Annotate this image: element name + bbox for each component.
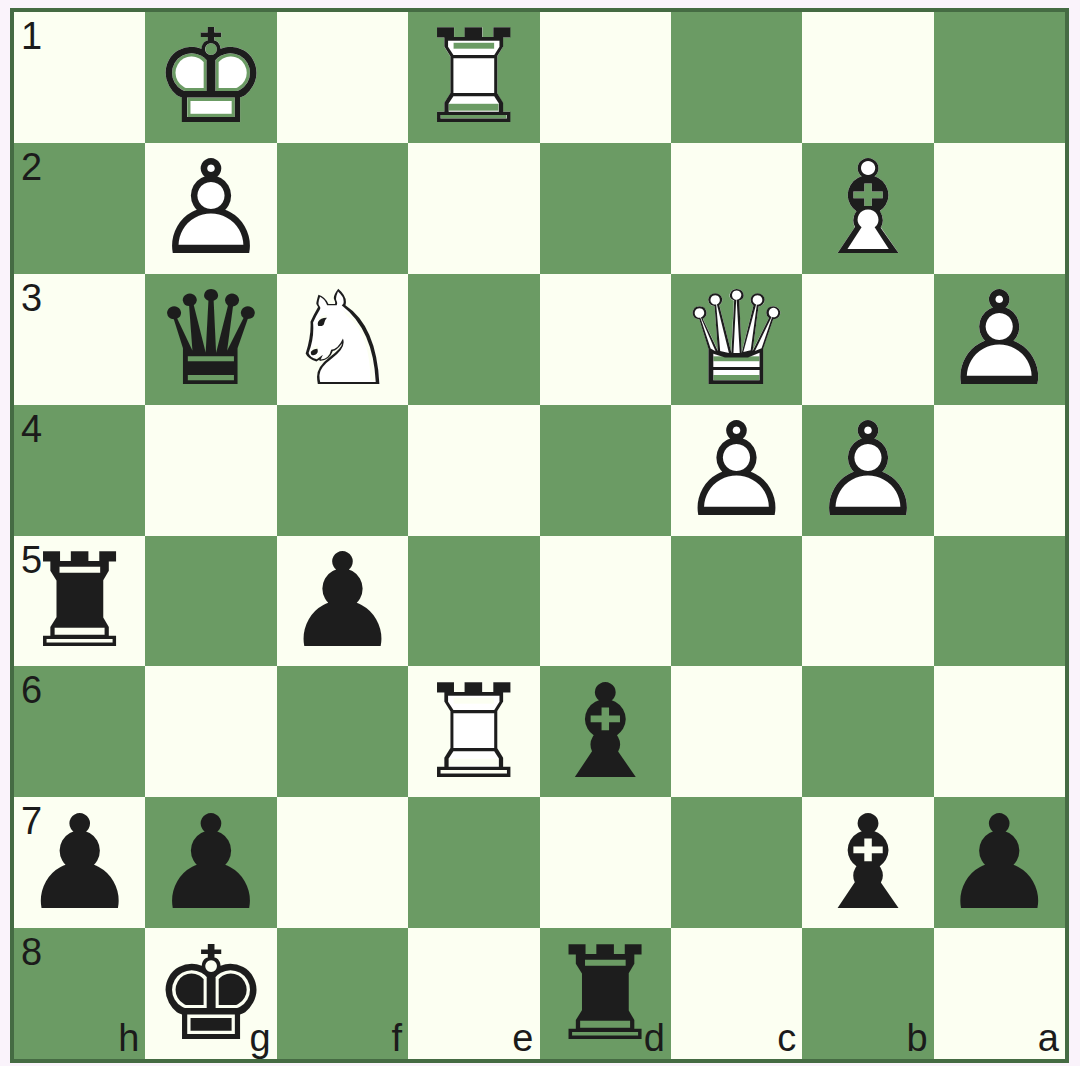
square-c2[interactable] [671, 143, 802, 274]
square-f8[interactable]: f [277, 928, 408, 1059]
square-d4[interactable] [540, 405, 671, 536]
square-h3[interactable]: 3 [14, 274, 145, 405]
white-rook[interactable]: ♜♖ [416, 12, 533, 142]
square-f2[interactable] [277, 143, 408, 274]
square-a1[interactable] [934, 12, 1065, 143]
square-c3[interactable]: ♛♕ [671, 274, 802, 405]
square-h4[interactable]: 4 [14, 405, 145, 536]
white-pawn[interactable]: ♟♙ [678, 405, 795, 535]
square-d6[interactable]: ♝ [540, 666, 671, 797]
square-g2[interactable]: ♟♙ [145, 143, 276, 274]
file-label-a: a [1038, 1019, 1059, 1057]
square-b5[interactable] [802, 536, 933, 667]
square-c8[interactable]: c [671, 928, 802, 1059]
square-e4[interactable] [408, 405, 539, 536]
square-f1[interactable] [277, 12, 408, 143]
file-label-f: f [392, 1019, 403, 1057]
white-pawn[interactable]: ♟♙ [941, 274, 1058, 404]
square-h6[interactable]: 6 [14, 666, 145, 797]
rank-label-4: 4 [21, 410, 42, 448]
square-c4[interactable]: ♟♙ [671, 405, 802, 536]
rank-label-2: 2 [21, 148, 42, 186]
square-b2[interactable]: ♝♗ [802, 143, 933, 274]
white-queen[interactable]: ♛♕ [678, 274, 795, 404]
square-d3[interactable] [540, 274, 671, 405]
square-b3[interactable] [802, 274, 933, 405]
black-rook[interactable]: ♜ [547, 929, 664, 1059]
square-e1[interactable]: ♜♖ [408, 12, 539, 143]
rank-label-3: 3 [21, 279, 42, 317]
square-b6[interactable] [802, 666, 933, 797]
white-king[interactable]: ♚♔ [153, 12, 270, 142]
square-d2[interactable] [540, 143, 671, 274]
rank-label-8: 8 [21, 933, 42, 971]
square-e2[interactable] [408, 143, 539, 274]
square-b1[interactable] [802, 12, 933, 143]
square-c6[interactable] [671, 666, 802, 797]
square-d5[interactable] [540, 536, 671, 667]
square-b7[interactable]: ♝ [802, 797, 933, 928]
chess-board: 1♚♔♜♖2♟♙♝♗3♛♞♘♛♕♟♙4♟♙♟♙5♜♟6♜♖♝7♟♟♝♟8hg♚f… [10, 8, 1069, 1063]
black-pawn[interactable]: ♟ [941, 798, 1058, 928]
black-king[interactable]: ♚ [153, 929, 270, 1059]
white-knight[interactable]: ♞♘ [284, 274, 401, 404]
square-g6[interactable] [145, 666, 276, 797]
square-d8[interactable]: d♜ [540, 928, 671, 1059]
square-d7[interactable] [540, 797, 671, 928]
square-f6[interactable] [277, 666, 408, 797]
square-e6[interactable]: ♜♖ [408, 666, 539, 797]
square-a8[interactable]: a [934, 928, 1065, 1059]
square-a7[interactable]: ♟ [934, 797, 1065, 928]
square-g8[interactable]: g♚ [145, 928, 276, 1059]
square-a5[interactable] [934, 536, 1065, 667]
square-f5[interactable]: ♟ [277, 536, 408, 667]
square-b4[interactable]: ♟♙ [802, 405, 933, 536]
square-f3[interactable]: ♞♘ [277, 274, 408, 405]
square-a6[interactable] [934, 666, 1065, 797]
black-pawn[interactable]: ♟ [153, 798, 270, 928]
square-g3[interactable]: ♛ [145, 274, 276, 405]
square-e3[interactable] [408, 274, 539, 405]
white-bishop[interactable]: ♝♗ [810, 143, 927, 273]
square-e7[interactable] [408, 797, 539, 928]
square-h7[interactable]: 7♟ [14, 797, 145, 928]
square-d1[interactable] [540, 12, 671, 143]
black-queen[interactable]: ♛ [153, 274, 270, 404]
square-g7[interactable]: ♟ [145, 797, 276, 928]
square-h1[interactable]: 1 [14, 12, 145, 143]
black-bishop[interactable]: ♝ [810, 798, 927, 928]
square-g1[interactable]: ♚♔ [145, 12, 276, 143]
square-h8[interactable]: 8h [14, 928, 145, 1059]
square-c7[interactable] [671, 797, 802, 928]
black-rook[interactable]: ♜ [21, 536, 138, 666]
black-pawn[interactable]: ♟ [21, 798, 138, 928]
white-pawn[interactable]: ♟♙ [153, 143, 270, 273]
square-e5[interactable] [408, 536, 539, 667]
black-pawn[interactable]: ♟ [284, 536, 401, 666]
rank-label-6: 6 [21, 671, 42, 709]
square-a4[interactable] [934, 405, 1065, 536]
file-label-e: e [512, 1019, 533, 1057]
file-label-h: h [118, 1019, 139, 1057]
file-label-c: c [777, 1019, 796, 1057]
square-h2[interactable]: 2 [14, 143, 145, 274]
square-c5[interactable] [671, 536, 802, 667]
black-bishop[interactable]: ♝ [547, 667, 664, 797]
square-g5[interactable] [145, 536, 276, 667]
square-b8[interactable]: b [802, 928, 933, 1059]
square-e8[interactable]: e [408, 928, 539, 1059]
square-a3[interactable]: ♟♙ [934, 274, 1065, 405]
square-a2[interactable] [934, 143, 1065, 274]
square-c1[interactable] [671, 12, 802, 143]
file-label-b: b [906, 1019, 927, 1057]
white-pawn[interactable]: ♟♙ [810, 405, 927, 535]
rank-label-1: 1 [21, 17, 42, 55]
square-h5[interactable]: 5♜ [14, 536, 145, 667]
square-f7[interactable] [277, 797, 408, 928]
square-g4[interactable] [145, 405, 276, 536]
square-f4[interactable] [277, 405, 408, 536]
white-rook[interactable]: ♜♖ [416, 667, 533, 797]
